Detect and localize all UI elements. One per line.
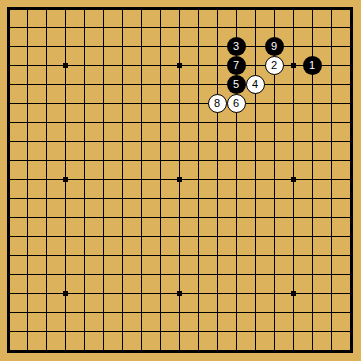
stone-black-9: 9: [265, 37, 284, 56]
star-point: [291, 63, 296, 68]
stone-white-6: 6: [227, 94, 246, 113]
grid-line-horizontal: [8, 312, 351, 313]
star-point: [177, 63, 182, 68]
star-point: [63, 177, 68, 182]
go-board: 123456789: [0, 0, 361, 361]
stone-black-3: 3: [227, 37, 246, 56]
grid-line-horizontal: [8, 236, 351, 237]
stone-black-7: 7: [227, 56, 246, 75]
star-point: [177, 177, 182, 182]
grid-line-vertical: [255, 8, 256, 351]
stone-white-8: 8: [208, 94, 227, 113]
grid-line-vertical: [331, 8, 332, 351]
star-point: [63, 63, 68, 68]
star-point: [177, 291, 182, 296]
grid-line-vertical: [217, 8, 218, 351]
grid-line-horizontal: [8, 255, 351, 256]
grid-line-vertical: [198, 8, 199, 351]
grid-line-horizontal: [8, 217, 351, 218]
stone-white-2: 2: [265, 56, 284, 75]
star-point: [291, 291, 296, 296]
star-point: [291, 177, 296, 182]
star-point: [63, 291, 68, 296]
grid-line-horizontal: [8, 198, 351, 199]
grid-line-horizontal: [8, 331, 351, 332]
grid-line-horizontal: [8, 274, 351, 275]
stone-black-1: 1: [303, 56, 322, 75]
stone-black-5: 5: [227, 75, 246, 94]
stone-white-4: 4: [246, 75, 265, 94]
